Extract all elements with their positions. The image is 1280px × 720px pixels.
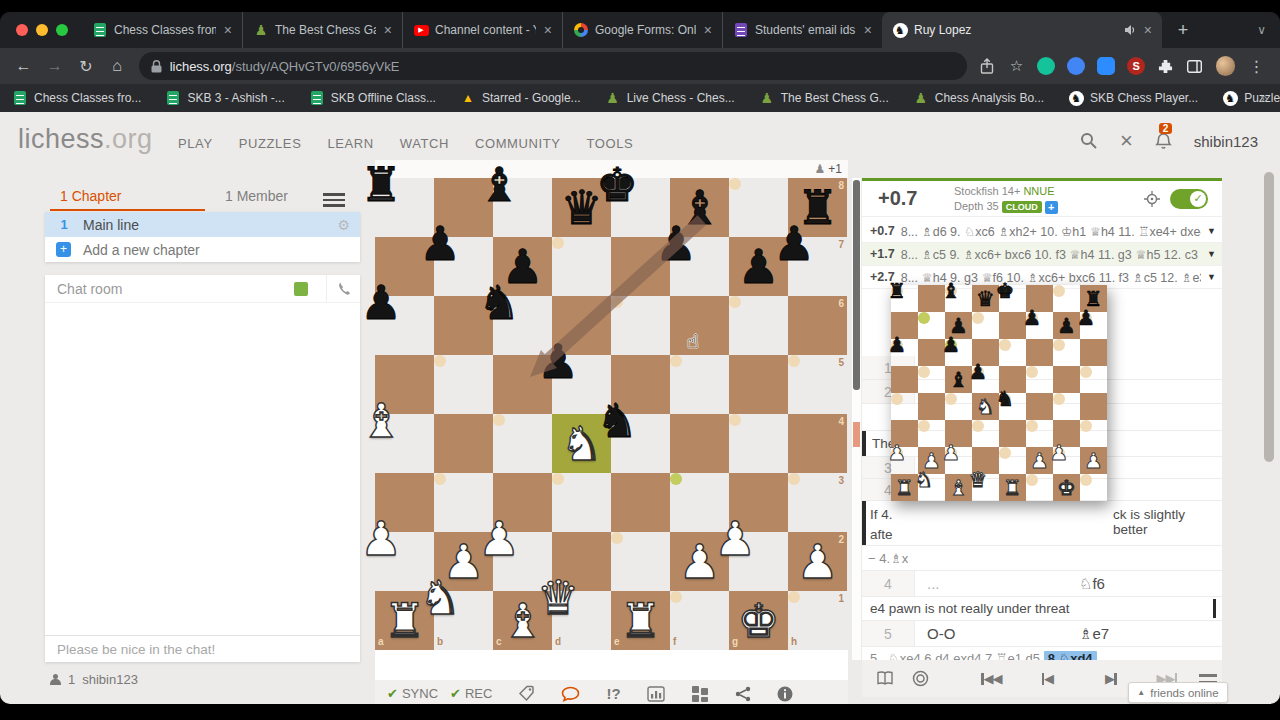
target-icon[interactable] <box>1144 191 1160 207</box>
square-e2[interactable] <box>611 532 623 544</box>
white-piece[interactable]: ♝ <box>375 414 387 426</box>
share-icon[interactable] <box>975 58 1000 74</box>
share-network-icon[interactable] <box>735 686 751 702</box>
comment-text: e4 pawn is not really under threat <box>870 601 1070 616</box>
chess-board[interactable]: ╱╱ ♜♝♛♚♝♜♟♟♟♟♟♟♞♟♝♞♞♟♟♟♟♟♟♜♞♝♛♜♚87654321… <box>375 178 847 650</box>
square-c6[interactable]: ♞ <box>493 296 505 308</box>
tab-title: Ruy Lopez <box>914 23 1118 37</box>
black-piece[interactable]: ♞ <box>611 414 623 426</box>
square-c6[interactable]: ♟ <box>945 339 957 351</box>
nav-item-learn[interactable]: LEARN <box>327 136 373 151</box>
bookmarks-overflow-icon[interactable]: » <box>1260 90 1268 106</box>
minimize-window-button[interactable] <box>36 24 48 36</box>
member-name[interactable]: shibin123 <box>82 672 138 687</box>
white-piece[interactable]: ♟ <box>1080 447 1107 474</box>
square-a8[interactable]: ♜ <box>375 178 387 190</box>
square-h4[interactable] <box>1080 393 1107 420</box>
bookmark-item[interactable]: ♟Chess Analysis Bo... <box>913 90 1044 106</box>
sync-toggle[interactable]: ✔SYNC <box>387 686 438 701</box>
square-g4[interactable] <box>1053 393 1065 405</box>
bookmark-item[interactable]: SKB Offline Class... <box>309 90 436 106</box>
pawn-favicon-icon: ♟ <box>913 90 929 106</box>
square-f5[interactable] <box>1026 366 1038 378</box>
browser-toolbar: ← → ↻ ⌂ lichess.org/study/AQHvGTv0/6956y… <box>0 48 1280 84</box>
lichess-favicon-icon: ♞ <box>1222 90 1238 106</box>
square-b4[interactable] <box>434 414 493 473</box>
square-h3[interactable] <box>788 473 800 485</box>
rank-label: 8 <box>838 180 844 191</box>
square-f4[interactable] <box>670 414 729 473</box>
white-piece[interactable]: ♜ <box>999 474 1026 501</box>
gamebook-target-icon[interactable] <box>912 670 929 687</box>
move-preview-board: ♜♝♛♚♜♟♟♟♟♟♟♝♟♞♞♟♟♟♟♟♟♜♞♝♛♜♚ <box>891 285 1107 501</box>
square-c4[interactable] <box>493 414 505 426</box>
prev-move-button[interactable]: ◀ <box>1042 671 1054 686</box>
square-a2[interactable]: ♟ <box>891 447 903 459</box>
square-d3[interactable] <box>552 473 564 485</box>
reload-icon[interactable]: ↻ <box>72 57 99 76</box>
bookmark-label: Live Chess - Ches... <box>627 91 735 105</box>
move-row-4[interactable]: 4 ... ♘f6 <box>862 571 1222 597</box>
comment-fragment: If 4. <box>870 507 893 522</box>
move-row-5[interactable]: 5 O-O ♗e7 <box>862 621 1222 647</box>
black-piece[interactable]: ♚ <box>999 285 1011 297</box>
line-moves[interactable]: 8... ♗d6 9. ♘xc6 ♗xh2+ 10. ♔h1 ♕h4 11. ♖… <box>901 224 1201 239</box>
engine-line-1[interactable]: +0.78... ♗d6 9. ♘xc6 ♗xh2+ 10. ♔h1 ♕h4 1… <box>862 220 1222 243</box>
tab-close-icon[interactable]: × <box>862 22 874 38</box>
extension-green-icon[interactable] <box>1037 57 1055 75</box>
square-f7[interactable]: ♟ <box>1026 312 1038 324</box>
rank-label: 1 <box>838 593 844 604</box>
nav-item-community[interactable]: COMMUNITY <box>475 136 561 151</box>
move-black[interactable]: ♘f6 <box>1067 571 1222 596</box>
white-piece[interactable]: ♟ <box>891 447 903 459</box>
square-c4[interactable] <box>945 393 957 405</box>
chart-icon[interactable] <box>647 686 665 702</box>
tab-close-icon[interactable]: × <box>542 22 554 38</box>
bookmark-item[interactable]: ♞SKB Chess Player... <box>1068 90 1198 106</box>
engine-depth: Depth 35 <box>954 200 999 212</box>
close-icon[interactable]: × <box>1120 130 1133 152</box>
file-label: a <box>378 636 384 647</box>
square-e8[interactable]: ♚ <box>611 178 623 190</box>
square-b7[interactable]: ♟ <box>434 237 446 249</box>
tab-title: Google Forms: Online Fo <box>595 23 696 37</box>
comment-fragment: ck is slightly better <box>1113 507 1222 537</box>
bookmarks-bar: Chess Classes fro...SKB 3 - Ashish -...S… <box>0 84 1280 112</box>
sheets-favicon-icon <box>92 22 108 38</box>
square-h6[interactable] <box>1080 339 1107 366</box>
rank-label: 3 <box>838 475 844 486</box>
extension-s-icon[interactable]: S <box>1127 57 1145 75</box>
check-icon: ✔ <box>450 686 461 701</box>
browser-tab[interactable]: ♞Ruy Lopez× <box>882 12 1162 48</box>
browser-tab[interactable]: Students' email ids - Go× <box>722 12 882 48</box>
square-g4[interactable] <box>729 414 741 426</box>
tab-title: Chess Classes from June <box>114 23 216 37</box>
browser-tab[interactable]: Google Forms: Online Fo× <box>562 12 722 48</box>
square-f1[interactable] <box>670 591 682 603</box>
lichess-favicon-icon: ♞ <box>892 22 908 38</box>
square-e6[interactable] <box>999 339 1011 351</box>
engine-header: +0.7 Stockfish 14+ NNUE Depth 35 CLOUD +… <box>862 181 1222 217</box>
square-g2[interactable]: ♟ <box>1053 447 1065 459</box>
bookmark-label: SKB 3 - Ashish -... <box>187 91 284 105</box>
move-black[interactable]: ♗e7 <box>1067 621 1222 646</box>
toggle-check-icon: ✓ <box>1190 191 1206 207</box>
square-f6[interactable] <box>670 296 729 355</box>
bookmark-label: SKB Offline Class... <box>331 91 436 105</box>
nav-item-tools[interactable]: TOOLS <box>587 136 634 151</box>
drive-favicon-icon: ▲ <box>460 90 476 106</box>
square-e4[interactable]: ♞ <box>611 414 623 426</box>
black-piece[interactable]: ♟ <box>1080 312 1092 324</box>
file-label: c <box>496 636 502 647</box>
square-b1[interactable]: ♞ <box>918 474 930 486</box>
square-d7[interactable] <box>972 312 984 324</box>
square-f5[interactable] <box>670 355 682 367</box>
chapter-item-main-line[interactable]: 1 Main line ⚙ <box>45 212 360 237</box>
square-a6[interactable]: ♟ <box>891 339 903 351</box>
forms-favicon-icon <box>733 22 749 38</box>
black-piece[interactable]: ♜ <box>891 285 903 297</box>
tab-strip: Chess Classes from June×♟The Best Chess … <box>0 12 1280 48</box>
square-d5[interactable]: ♟ <box>552 355 564 367</box>
white-piece[interactable]: ♛ <box>972 474 984 486</box>
rank-label: 6 <box>838 298 844 309</box>
square-h5[interactable] <box>788 355 800 367</box>
google-favicon-icon <box>573 22 589 38</box>
square-g6[interactable] <box>729 296 741 308</box>
black-piece[interactable]: ♟ <box>552 355 564 367</box>
tab-close-icon[interactable]: × <box>382 22 394 38</box>
engine-nnue-label: NNUE <box>1023 185 1054 197</box>
square-f6[interactable] <box>1026 339 1053 366</box>
study-toolbar: ✔SYNC ✔REC !? <box>375 680 848 704</box>
extension-blue-icon[interactable] <box>1067 57 1085 75</box>
close-window-button[interactable] <box>16 24 28 36</box>
browser-tab[interactable]: Chess Classes from June× <box>82 12 242 48</box>
tab-close-icon[interactable]: × <box>222 22 234 38</box>
square-g5[interactable] <box>1053 366 1080 393</box>
white-piece[interactable]: ♟ <box>1053 447 1065 459</box>
move-scrollbar-marker <box>853 422 860 447</box>
black-piece[interactable]: ♝ <box>493 178 505 190</box>
comment-bar <box>862 501 866 545</box>
square-a4[interactable]: ♝ <box>375 414 387 426</box>
white-piece[interactable]: ♚ <box>1053 474 1080 501</box>
square-a8[interactable]: ♜ <box>891 285 903 297</box>
move-white[interactable]: O-O <box>915 621 1067 646</box>
black-piece[interactable]: ♟ <box>891 339 903 351</box>
square-f4[interactable] <box>1026 393 1053 420</box>
sheets-favicon-icon <box>165 90 181 106</box>
black-piece[interactable]: ♚ <box>611 178 623 190</box>
square-e3[interactable] <box>999 420 1026 447</box>
bookmark-item[interactable]: SKB 3 - Ashish -... <box>165 90 284 106</box>
square-g5[interactable] <box>729 355 788 414</box>
bookmark-label: SKB Chess Player... <box>1090 91 1198 105</box>
square-c2[interactable]: ♟ <box>945 447 957 459</box>
black-piece[interactable]: ♟ <box>670 237 682 249</box>
forward-icon[interactable]: → <box>41 57 68 75</box>
white-piece[interactable]: ♟ <box>945 447 957 459</box>
square-f3[interactable] <box>1026 420 1038 432</box>
bookmark-star-icon[interactable]: ☆ <box>1004 57 1029 75</box>
book-icon[interactable] <box>876 671 894 686</box>
home-icon[interactable]: ⌂ <box>103 57 130 75</box>
black-piece[interactable]: ♜ <box>375 178 387 190</box>
tab-title: The Best Chess Games o <box>275 23 376 37</box>
lichess-logo[interactable]: lichess.org <box>18 124 153 155</box>
square-g6[interactable] <box>1053 339 1065 351</box>
browser-tab[interactable]: ♟The Best Chess Games o× <box>242 12 402 48</box>
white-piece[interactable]: ♟ <box>493 532 505 544</box>
bookmark-item[interactable]: ♟Live Chess - Ches... <box>605 90 735 106</box>
file-label: d <box>555 636 561 647</box>
square-h1[interactable] <box>788 591 800 603</box>
black-piece[interactable]: ♟ <box>434 237 446 249</box>
browser-window: Chess Classes from June×♟The Best Chess … <box>0 12 1280 704</box>
rec-toggle[interactable]: ✔REC <box>450 686 492 701</box>
browser-tab[interactable]: ▶Channel content - YouTu× <box>402 12 562 48</box>
info-icon[interactable] <box>777 686 793 702</box>
next-move-button[interactable]: ▶ <box>1105 671 1117 686</box>
file-label: g <box>732 636 738 647</box>
square-e6[interactable] <box>611 296 623 308</box>
chapter-number: 1 <box>45 217 83 232</box>
person-icon <box>50 674 61 685</box>
sheets-favicon-icon <box>12 90 28 106</box>
square-h3[interactable] <box>1080 420 1092 432</box>
square-e3[interactable] <box>611 473 670 532</box>
tab-search-chevron-icon[interactable]: ∨ <box>1257 12 1266 48</box>
lichess-favicon-icon: ♞ <box>1068 90 1084 106</box>
tab-close-icon[interactable]: × <box>702 22 714 38</box>
pawn-favicon-icon: ♟ <box>253 22 269 38</box>
engine-toggle[interactable]: ✓ <box>1170 189 1208 209</box>
tab-title: Students' email ids - Go <box>755 23 856 37</box>
white-piece[interactable]: ♞ <box>918 474 930 486</box>
white-piece[interactable]: ♞ <box>434 591 446 603</box>
square-e4[interactable]: ♞ <box>999 393 1011 405</box>
chrome-menu-icon[interactable]: ⋮ <box>1243 57 1270 76</box>
square-g8[interactable] <box>729 178 741 190</box>
move-white[interactable]: ... <box>915 571 1067 596</box>
address-bar[interactable]: lichess.org/study/AQHvGTv0/6956yVkE <box>139 52 967 80</box>
square-d3[interactable] <box>972 420 984 432</box>
username[interactable]: shibin123 <box>1194 133 1258 150</box>
first-move-button[interactable]: ◀◀ <box>981 671 1002 686</box>
engine-plus-button[interactable]: + <box>1045 201 1058 214</box>
bookmark-item[interactable]: ♟The Best Chess G... <box>759 90 889 106</box>
square-a4[interactable] <box>891 393 903 405</box>
square-e1[interactable]: ♜ <box>999 474 1026 501</box>
new-tab-button[interactable]: + <box>1170 12 1196 48</box>
comment-bar <box>862 431 866 456</box>
square-g1[interactable]: ♚ <box>1053 474 1080 501</box>
comment-bar <box>1213 599 1216 618</box>
engine-name: Stockfish 14+ <box>954 185 1020 197</box>
bookmark-item[interactable]: Chess Classes fro... <box>12 90 141 106</box>
square-c8[interactable]: ♝ <box>493 178 505 190</box>
square-f1[interactable] <box>1026 474 1038 486</box>
tabs-container: Chess Classes from June×♟The Best Chess … <box>82 12 1162 48</box>
board-footer-space <box>375 650 848 680</box>
pawn-icon: ♟ <box>815 162 826 176</box>
nav-item-play[interactable]: PLAY <box>178 136 213 151</box>
material-value: +1 <box>828 162 842 176</box>
file-label: b <box>437 636 443 647</box>
comment-row-if: If 4. ck is slightly better afte <box>862 501 1222 546</box>
file-label: e <box>614 636 620 647</box>
chevron-up-icon: ▲ <box>1137 688 1145 697</box>
black-piece[interactable]: ♟ <box>1026 312 1038 324</box>
search-icon[interactable] <box>1080 132 1098 150</box>
square-h1[interactable] <box>1080 474 1092 486</box>
square-d1[interactable]: ♛ <box>972 474 984 486</box>
black-piece[interactable]: ♟ <box>788 237 800 249</box>
profile-avatar[interactable] <box>1216 56 1235 76</box>
square-e8[interactable]: ♚ <box>999 285 1011 297</box>
square-h7[interactable]: ♟ <box>788 237 800 249</box>
extensions-puzzle-icon[interactable] <box>1153 59 1178 74</box>
square-a5[interactable] <box>891 366 918 393</box>
tag-icon[interactable] <box>518 685 535 702</box>
nav-item-puzzles[interactable]: PUZZLES <box>239 136 302 151</box>
black-piece[interactable]: ♟ <box>945 339 957 351</box>
square-h5[interactable] <box>1080 366 1092 378</box>
expand-caret-icon[interactable]: ▼ <box>1207 272 1216 282</box>
line-eval: +1.7 <box>870 247 895 261</box>
square-b4[interactable] <box>918 393 945 420</box>
bookmark-label: Chess Classes fro... <box>34 91 141 105</box>
extension-meet-icon[interactable] <box>1097 57 1115 75</box>
phone-icon[interactable] <box>326 275 360 303</box>
white-piece[interactable]: ♟ <box>729 532 741 544</box>
notifications-bell-icon[interactable]: 2 <box>1155 132 1172 150</box>
cloud-badge: CLOUD <box>1002 201 1042 213</box>
file-label: h <box>791 636 797 647</box>
black-piece[interactable]: ♝ <box>945 285 957 297</box>
sheets-favicon-icon <box>309 90 325 106</box>
bookmark-label: The Best Chess G... <box>781 91 889 105</box>
board-menu-grid-icon[interactable] <box>691 686 709 702</box>
tab-members[interactable]: 1 Member <box>225 188 288 204</box>
square-d5[interactable]: ♟ <box>972 366 984 378</box>
square-c2[interactable]: ♟ <box>493 532 505 544</box>
square-e2[interactable] <box>999 447 1011 459</box>
chat-title: Chat room <box>57 281 122 297</box>
members-count: 1 <box>68 672 75 687</box>
square-b5[interactable] <box>434 355 446 367</box>
pawn-favicon-icon: ♟ <box>605 90 621 106</box>
square-d7[interactable] <box>552 237 564 249</box>
maximize-window-button[interactable] <box>56 24 68 36</box>
white-piece[interactable]: ♛ <box>552 591 564 603</box>
variation-text: − 4.♗x <box>868 551 908 566</box>
comment-bubble-icon[interactable] <box>561 686 580 702</box>
side-panel-icon[interactable] <box>1182 60 1207 73</box>
nav-item-watch[interactable]: WATCH <box>400 136 449 151</box>
chapter-name: Main line <box>83 217 139 233</box>
chat-input[interactable]: Please be nice in the chat! <box>45 635 360 662</box>
pawn-favicon-icon: ♟ <box>759 90 775 106</box>
notification-count-badge: 2 <box>1159 123 1173 134</box>
square-b3[interactable] <box>434 473 446 485</box>
chat-panel: Chat room Please be nice in the chat! <box>45 275 360 662</box>
square-a2[interactable]: ♟ <box>375 532 387 544</box>
comment-row-e4: e4 pawn is not really under threat <box>862 597 1222 621</box>
line-eval: +0.7 <box>870 224 895 238</box>
friends-online-label: friends online <box>1150 687 1218 699</box>
add-chapter-button[interactable]: + Add a new chapter <box>45 237 360 262</box>
comment-fragment: afte <box>870 527 893 542</box>
square-b1[interactable]: ♞ <box>434 591 446 603</box>
bookmark-item[interactable]: ♞Puzzle themes · li... <box>1222 90 1280 106</box>
engine-eval: +0.7 <box>878 187 917 210</box>
chat-members: 1 shibin123 <box>50 672 138 687</box>
square-c8[interactable]: ♝ <box>945 285 957 297</box>
line-moves[interactable]: 8... ♗c5 9. ♗xc6+ bxc6 10. f3 ♕h4 11. g3… <box>901 247 1201 262</box>
page-scrollbar-thumb[interactable] <box>1264 172 1274 462</box>
square-b3[interactable] <box>918 420 930 432</box>
rank-label: 5 <box>838 357 844 368</box>
rank-label: 7 <box>838 239 844 250</box>
tab-title: Channel content - YouTu <box>435 23 536 37</box>
square-g8[interactable] <box>1053 285 1065 297</box>
bookmark-item[interactable]: ▲Starred - Google... <box>460 90 581 106</box>
square-f3[interactable] <box>670 473 682 485</box>
square-a6[interactable]: ♟ <box>375 296 387 308</box>
rank-label: 4 <box>838 416 844 427</box>
gear-icon[interactable]: ⚙ <box>337 217 350 233</box>
active-tab-underline <box>50 209 205 211</box>
black-piece[interactable]: ♟ <box>375 296 387 308</box>
square-h7[interactable]: ♟ <box>1080 312 1092 324</box>
url-text: lichess.org/study/AQHvGTv0/6956yVkE <box>170 59 400 74</box>
chat-status-square[interactable] <box>294 282 308 296</box>
engine-line-2[interactable]: +1.78... ♗c5 9. ♗xc6+ bxc6 10. f3 ♕h4 11… <box>862 243 1222 266</box>
black-piece[interactable]: ♟ <box>972 366 984 378</box>
youtube-favicon-icon: ▶ <box>413 22 429 38</box>
lichess-page: lichess.org PLAYPUZZLESLEARNWATCHCOMMUNI… <box>0 112 1280 704</box>
expand-caret-icon[interactable]: ▼ <box>1207 249 1216 259</box>
move-scrollbar-thumb[interactable] <box>853 180 860 390</box>
tab-chapters[interactable]: 1 Chapter <box>60 188 121 204</box>
rank-label: 2 <box>838 534 844 545</box>
glyph-annotation-button[interactable]: !? <box>606 685 620 702</box>
expand-caret-icon[interactable]: ▼ <box>1207 226 1216 236</box>
study-menu-icon[interactable] <box>323 190 345 210</box>
square-b5[interactable] <box>918 366 930 378</box>
square-h2[interactable]: ♟ <box>1080 447 1107 474</box>
tab-close-icon[interactable]: × <box>1142 22 1154 38</box>
square-d1[interactable]: ♛ <box>552 591 564 603</box>
variation-row-4[interactable]: − 4.♗x <box>862 546 1222 571</box>
white-piece[interactable]: ♟ <box>375 532 387 544</box>
back-icon[interactable]: ← <box>10 57 37 75</box>
black-piece[interactable]: ♞ <box>999 393 1011 405</box>
chat-placeholder: Please be nice in the chat! <box>57 642 215 657</box>
friends-online-bar[interactable]: ▲ friends online <box>1128 682 1228 703</box>
square-g2[interactable]: ♟ <box>729 532 741 544</box>
square-b7[interactable] <box>918 312 930 324</box>
square-f7[interactable]: ♟ <box>670 237 682 249</box>
tab-audio-icon[interactable] <box>1124 24 1136 36</box>
black-piece[interactable]: ♞ <box>493 296 505 308</box>
add-chapter-label: Add a new chapter <box>83 242 200 258</box>
